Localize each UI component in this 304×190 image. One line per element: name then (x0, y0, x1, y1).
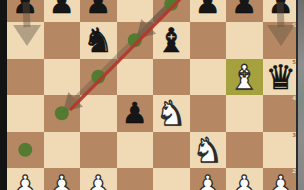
square-d2[interactable] (117, 168, 154, 190)
piece-black-pawn-g7[interactable]: ♟ (231, 0, 257, 18)
square-g6[interactable] (226, 22, 263, 59)
square-f5[interactable] (190, 59, 227, 96)
piece-white-pawn-c2[interactable]: ♟ (85, 172, 111, 190)
square-h3[interactable]: 3 (263, 132, 300, 169)
square-h4[interactable]: 4 (263, 95, 300, 132)
square-g4[interactable] (226, 95, 263, 132)
square-f7[interactable]: ♟ (190, 0, 227, 22)
right-scrollbar[interactable] (296, 0, 304, 190)
chess-board[interactable]: ♟♟♟♟♟♟7♞♝6♝♛5♟♞4♞3♟♟♟♟♟♟2 (7, 0, 299, 190)
square-f6[interactable] (190, 22, 227, 59)
square-c5[interactable] (80, 59, 117, 96)
square-d4[interactable]: ♟ (117, 95, 154, 132)
square-a7[interactable]: ♟ (7, 0, 44, 22)
piece-black-pawn-a7[interactable]: ♟ (12, 0, 38, 18)
square-b4[interactable] (44, 95, 81, 132)
piece-black-pawn-c7[interactable]: ♟ (85, 0, 111, 18)
square-c7[interactable]: ♟ (80, 0, 117, 22)
square-d6[interactable] (117, 22, 154, 59)
square-e4[interactable]: ♞ (153, 95, 190, 132)
piece-white-knight-e4[interactable]: ♞ (156, 96, 186, 130)
square-f2[interactable]: ♟ (190, 168, 227, 190)
square-e2[interactable] (153, 168, 190, 190)
chess-app-frame: ♟♟♟♟♟♟7♞♝6♝♛5♟♞4♞3♟♟♟♟♟♟2 (0, 0, 304, 190)
square-a5[interactable] (7, 59, 44, 96)
square-e7[interactable] (153, 0, 190, 22)
piece-white-pawn-f2[interactable]: ♟ (195, 172, 221, 190)
square-c3[interactable] (80, 132, 117, 169)
piece-black-pawn-d4[interactable]: ♟ (122, 99, 148, 128)
square-g3[interactable] (226, 132, 263, 169)
square-b3[interactable] (44, 132, 81, 169)
piece-black-knight-c6[interactable]: ♞ (83, 23, 113, 57)
piece-black-pawn-b7[interactable]: ♟ (49, 0, 75, 18)
square-d7[interactable] (117, 0, 154, 22)
square-g2[interactable]: ♟ (226, 168, 263, 190)
square-a6[interactable] (7, 22, 44, 59)
square-c6[interactable]: ♞ (80, 22, 117, 59)
square-a3[interactable] (7, 132, 44, 169)
square-e3[interactable] (153, 132, 190, 169)
piece-white-pawn-a2[interactable]: ♟ (12, 172, 38, 190)
square-a4[interactable] (7, 95, 44, 132)
square-f3[interactable]: ♞ (190, 132, 227, 169)
square-b2[interactable]: ♟ (44, 168, 81, 190)
square-b7[interactable]: ♟ (44, 0, 81, 22)
square-b6[interactable] (44, 22, 81, 59)
piece-black-bishop-e6[interactable]: ♝ (156, 23, 186, 57)
left-letterbox-bar (0, 0, 7, 190)
square-e5[interactable] (153, 59, 190, 96)
square-a2[interactable]: ♟ (7, 168, 44, 190)
square-d5[interactable] (117, 59, 154, 96)
square-h7[interactable]: ♟7 (263, 0, 300, 22)
square-g5[interactable]: ♝ (226, 59, 263, 96)
square-h6[interactable]: 6 (263, 22, 300, 59)
square-h5[interactable]: ♛5 (263, 59, 300, 96)
square-e6[interactable]: ♝ (153, 22, 190, 59)
square-c4[interactable] (80, 95, 117, 132)
piece-white-pawn-b2[interactable]: ♟ (49, 172, 75, 190)
square-c2[interactable]: ♟ (80, 168, 117, 190)
square-g7[interactable]: ♟ (226, 0, 263, 22)
square-d3[interactable] (117, 132, 154, 169)
piece-black-pawn-f7[interactable]: ♟ (195, 0, 221, 18)
piece-white-bishop-g5[interactable]: ♝ (229, 60, 259, 94)
piece-white-pawn-h2[interactable]: ♟ (268, 172, 294, 190)
piece-black-pawn-h7[interactable]: ♟ (268, 0, 294, 18)
square-f4[interactable] (190, 95, 227, 132)
square-h2[interactable]: ♟2 (263, 168, 300, 190)
square-b5[interactable] (44, 59, 81, 96)
piece-white-pawn-g2[interactable]: ♟ (231, 172, 257, 190)
piece-white-knight-f3[interactable]: ♞ (193, 133, 223, 167)
